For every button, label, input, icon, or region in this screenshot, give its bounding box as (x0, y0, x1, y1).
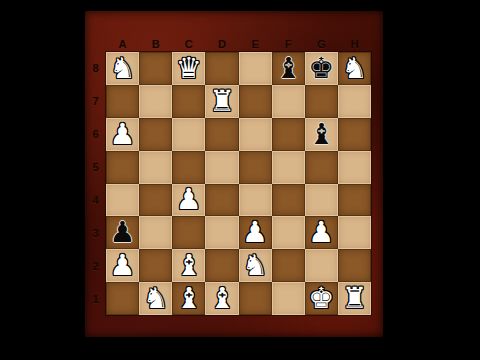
square-g1[interactable]: ♚ (305, 282, 338, 315)
square-b7[interactable] (139, 85, 172, 118)
square-b2[interactable] (139, 249, 172, 282)
piece-black-bishop-f8[interactable]: ♝ (272, 52, 305, 85)
square-h5[interactable] (338, 151, 371, 184)
file-label-f: F (272, 37, 305, 51)
square-h2[interactable] (338, 249, 371, 282)
piece-white-rook-d7[interactable]: ♜ (205, 85, 238, 118)
rank-label-6: 6 (85, 118, 106, 151)
piece-white-knight-e2[interactable]: ♞ (239, 249, 272, 282)
file-label-h: H (338, 37, 371, 51)
piece-white-knight-a8[interactable]: ♞ (106, 52, 139, 85)
square-g7[interactable] (305, 85, 338, 118)
piece-white-pawn-g3[interactable]: ♟ (305, 216, 338, 249)
piece-white-bishop-c2[interactable]: ♝ (172, 249, 205, 282)
piece-white-pawn-a2[interactable]: ♟ (106, 249, 139, 282)
rank-label-3: 3 (85, 216, 106, 249)
square-g6[interactable]: ♝ (305, 118, 338, 151)
piece-white-queen-c8[interactable]: ♛ (172, 52, 205, 85)
file-label-g: G (305, 37, 338, 51)
square-f8[interactable]: ♝ (272, 52, 305, 85)
rank-label-8: 8 (85, 52, 106, 85)
square-a7[interactable] (106, 85, 139, 118)
file-label-b: B (139, 37, 172, 51)
chess-board-frame: ABCDEFGH 87654321 ♞♛♝♚♞♜♟♝♟♟♟♟♟♝♞♞♝♝♚♜ (85, 11, 383, 337)
square-b8[interactable] (139, 52, 172, 85)
piece-white-bishop-c1[interactable]: ♝ (172, 282, 205, 315)
video-frame: { "game": "chess", "position": { "fen": … (0, 0, 480, 360)
file-label-e: E (239, 37, 272, 51)
square-a3[interactable]: ♟ (106, 216, 139, 249)
square-c8[interactable]: ♛ (172, 52, 205, 85)
square-d7[interactable]: ♜ (205, 85, 238, 118)
square-e8[interactable] (239, 52, 272, 85)
rank-label-1: 1 (85, 282, 106, 315)
piece-black-pawn-a3[interactable]: ♟ (106, 216, 139, 249)
file-label-d: D (205, 37, 238, 51)
square-a4[interactable] (106, 184, 139, 217)
square-e2[interactable]: ♞ (239, 249, 272, 282)
square-h1[interactable]: ♜ (338, 282, 371, 315)
square-a6[interactable]: ♟ (106, 118, 139, 151)
rank-label-4: 4 (85, 184, 106, 217)
piece-white-pawn-e3[interactable]: ♟ (239, 216, 272, 249)
rank-label-5: 5 (85, 151, 106, 184)
chess-board: ♞♛♝♚♞♜♟♝♟♟♟♟♟♝♞♞♝♝♚♜ (106, 52, 371, 315)
square-f2[interactable] (272, 249, 305, 282)
square-a2[interactable]: ♟ (106, 249, 139, 282)
square-a5[interactable] (106, 151, 139, 184)
square-h4[interactable] (338, 184, 371, 217)
square-h3[interactable] (338, 216, 371, 249)
square-b4[interactable] (139, 184, 172, 217)
square-d5[interactable] (205, 151, 238, 184)
rank-label-2: 2 (85, 249, 106, 282)
square-f6[interactable] (272, 118, 305, 151)
square-a8[interactable]: ♞ (106, 52, 139, 85)
square-e7[interactable] (239, 85, 272, 118)
square-e4[interactable] (239, 184, 272, 217)
square-b1[interactable]: ♞ (139, 282, 172, 315)
square-a1[interactable] (106, 282, 139, 315)
square-c2[interactable]: ♝ (172, 249, 205, 282)
piece-white-bishop-d1[interactable]: ♝ (205, 282, 238, 315)
square-b6[interactable] (139, 118, 172, 151)
square-f5[interactable] (272, 151, 305, 184)
square-c1[interactable]: ♝ (172, 282, 205, 315)
square-h6[interactable] (338, 118, 371, 151)
file-label-a: A (106, 37, 139, 51)
square-d1[interactable]: ♝ (205, 282, 238, 315)
square-f4[interactable] (272, 184, 305, 217)
piece-white-knight-h8[interactable]: ♞ (338, 52, 371, 85)
piece-white-king-g1[interactable]: ♚ (305, 282, 338, 315)
rank-label-7: 7 (85, 85, 106, 118)
square-g8[interactable]: ♚ (305, 52, 338, 85)
square-f3[interactable] (272, 216, 305, 249)
square-c7[interactable] (172, 85, 205, 118)
square-h7[interactable] (338, 85, 371, 118)
square-c5[interactable] (172, 151, 205, 184)
square-c4[interactable]: ♟ (172, 184, 205, 217)
square-e3[interactable]: ♟ (239, 216, 272, 249)
piece-black-king-g8[interactable]: ♚ (305, 52, 338, 85)
square-e5[interactable] (239, 151, 272, 184)
square-g5[interactable] (305, 151, 338, 184)
square-e1[interactable] (239, 282, 272, 315)
square-f7[interactable] (272, 85, 305, 118)
square-h8[interactable]: ♞ (338, 52, 371, 85)
square-d2[interactable] (205, 249, 238, 282)
piece-white-pawn-c4[interactable]: ♟ (172, 184, 205, 217)
square-b5[interactable] (139, 151, 172, 184)
square-f1[interactable] (272, 282, 305, 315)
file-labels: ABCDEFGH (106, 37, 371, 51)
square-d6[interactable] (205, 118, 238, 151)
square-d3[interactable] (205, 216, 238, 249)
rank-labels: 87654321 (85, 52, 106, 315)
square-g3[interactable]: ♟ (305, 216, 338, 249)
piece-white-pawn-a6[interactable]: ♟ (106, 118, 139, 151)
piece-white-rook-h1[interactable]: ♜ (338, 282, 371, 315)
piece-black-bishop-g6[interactable]: ♝ (305, 118, 338, 151)
square-g4[interactable] (305, 184, 338, 217)
square-b3[interactable] (139, 216, 172, 249)
square-d4[interactable] (205, 184, 238, 217)
square-g2[interactable] (305, 249, 338, 282)
file-label-c: C (172, 37, 205, 51)
piece-white-knight-b1[interactable]: ♞ (139, 282, 172, 315)
square-d8[interactable] (205, 52, 238, 85)
square-c6[interactable] (172, 118, 205, 151)
square-e6[interactable] (239, 118, 272, 151)
square-c3[interactable] (172, 216, 205, 249)
